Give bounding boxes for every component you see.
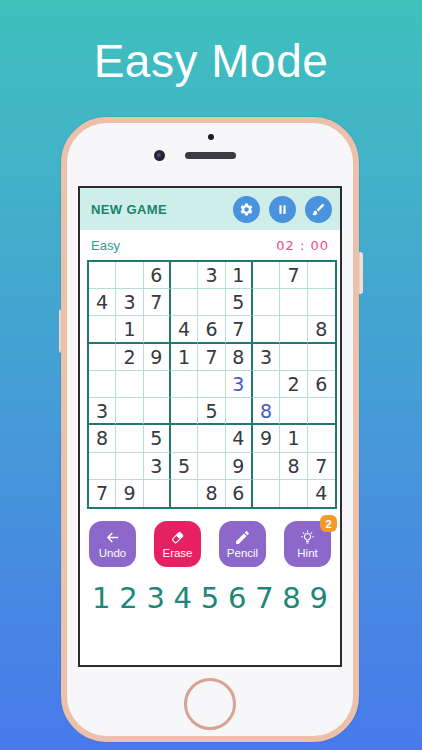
cell-r8c5[interactable] xyxy=(198,453,225,480)
cell-r5c5[interactable] xyxy=(198,371,225,398)
cell-r3c6[interactable]: 7 xyxy=(226,316,253,343)
cell-r7c1[interactable]: 8 xyxy=(89,425,116,452)
cell-r9c8[interactable] xyxy=(280,480,307,507)
cell-r6c9[interactable] xyxy=(308,398,335,425)
cell-r6c8[interactable] xyxy=(280,398,307,425)
new-game-title: NEW GAME xyxy=(91,202,224,217)
numpad-key-9[interactable]: 9 xyxy=(310,581,328,615)
home-button[interactable] xyxy=(184,678,236,730)
pause-button[interactable] xyxy=(269,196,296,223)
numpad-key-5[interactable]: 5 xyxy=(201,581,219,615)
cell-r5c7[interactable] xyxy=(253,371,280,398)
cell-r7c3[interactable]: 5 xyxy=(144,425,171,452)
cell-r4c8[interactable] xyxy=(280,344,307,371)
cell-r5c9[interactable]: 6 xyxy=(308,371,335,398)
cell-r3c4[interactable]: 4 xyxy=(171,316,198,343)
cell-r8c2[interactable] xyxy=(116,453,143,480)
cell-r9c4[interactable] xyxy=(171,480,198,507)
cell-r5c4[interactable] xyxy=(171,371,198,398)
cell-r8c9[interactable]: 7 xyxy=(308,453,335,480)
hint-label: Hint xyxy=(297,547,317,559)
cell-r8c1[interactable] xyxy=(89,453,116,480)
cell-r9c5[interactable]: 8 xyxy=(198,480,225,507)
cell-r5c6[interactable]: 3 xyxy=(226,371,253,398)
lightbulb-icon xyxy=(299,528,316,546)
cell-r6c1[interactable]: 3 xyxy=(89,398,116,425)
numpad: 123456789 xyxy=(80,581,340,615)
cell-r3c2[interactable]: 1 xyxy=(116,316,143,343)
cell-r1c4[interactable] xyxy=(171,262,198,289)
cell-r4c9[interactable] xyxy=(308,344,335,371)
numpad-key-2[interactable]: 2 xyxy=(119,581,137,615)
paint-brush-icon xyxy=(311,202,326,217)
cell-r6c3[interactable] xyxy=(144,398,171,425)
gear-icon xyxy=(239,202,254,217)
numpad-key-6[interactable]: 6 xyxy=(228,581,246,615)
eraser-icon xyxy=(169,528,186,546)
numpad-key-3[interactable]: 3 xyxy=(146,581,164,615)
cell-r3c8[interactable] xyxy=(280,316,307,343)
page-title: Easy Mode xyxy=(0,34,422,88)
cell-r9c9[interactable]: 4 xyxy=(308,480,335,507)
cell-r4c7[interactable]: 3 xyxy=(253,344,280,371)
cell-r7c2[interactable] xyxy=(116,425,143,452)
erase-button[interactable]: Erase xyxy=(154,521,201,567)
undo-arrow-icon xyxy=(104,528,121,546)
cell-r5c8[interactable]: 2 xyxy=(280,371,307,398)
cell-r5c3[interactable] xyxy=(144,371,171,398)
cell-r1c6[interactable]: 1 xyxy=(226,262,253,289)
cell-r5c1[interactable] xyxy=(89,371,116,398)
cell-r2c5[interactable] xyxy=(198,289,225,316)
cell-r7c4[interactable] xyxy=(171,425,198,452)
cell-r6c6[interactable] xyxy=(226,398,253,425)
undo-button[interactable]: Undo xyxy=(89,521,136,567)
theme-button[interactable] xyxy=(305,196,332,223)
cell-r9c6[interactable]: 6 xyxy=(226,480,253,507)
numpad-key-1[interactable]: 1 xyxy=(92,581,110,615)
cell-r6c2[interactable] xyxy=(116,398,143,425)
cell-r2c4[interactable] xyxy=(171,289,198,316)
cell-r3c1[interactable] xyxy=(89,316,116,343)
cell-r4c3[interactable]: 9 xyxy=(144,344,171,371)
cell-r2c3[interactable]: 7 xyxy=(144,289,171,316)
cell-r2c2[interactable]: 3 xyxy=(116,289,143,316)
cell-r9c2[interactable]: 9 xyxy=(116,480,143,507)
cell-r2c1[interactable]: 4 xyxy=(89,289,116,316)
cell-r2c7[interactable] xyxy=(253,289,280,316)
cell-r4c4[interactable]: 1 xyxy=(171,344,198,371)
difficulty-label: Easy xyxy=(91,238,120,253)
pencil-button[interactable]: Pencil xyxy=(219,521,266,567)
proximity-sensor-icon xyxy=(208,134,214,140)
cell-r2c8[interactable] xyxy=(280,289,307,316)
cell-r4c1[interactable] xyxy=(89,344,116,371)
cell-r3c9[interactable]: 8 xyxy=(308,316,335,343)
cell-r1c5[interactable]: 3 xyxy=(198,262,225,289)
cell-r2c9[interactable] xyxy=(308,289,335,316)
pencil-label: Pencil xyxy=(227,547,258,559)
numpad-key-7[interactable]: 7 xyxy=(255,581,273,615)
hint-count-badge: 2 xyxy=(320,515,337,532)
cell-r6c5[interactable]: 5 xyxy=(198,398,225,425)
cell-r8c6[interactable]: 9 xyxy=(226,453,253,480)
front-camera-icon xyxy=(154,150,165,161)
cell-r1c1[interactable] xyxy=(89,262,116,289)
erase-label: Erase xyxy=(162,547,192,559)
cell-r5c2[interactable] xyxy=(116,371,143,398)
cell-r7c5[interactable] xyxy=(198,425,225,452)
app-screen: NEW GAME Easy 02 : 00 6317437514678291 xyxy=(78,186,342,667)
cell-r4c5[interactable]: 7 xyxy=(198,344,225,371)
cell-r8c3[interactable]: 3 xyxy=(144,453,171,480)
cell-r3c3[interactable] xyxy=(144,316,171,343)
cell-r8c4[interactable]: 5 xyxy=(171,453,198,480)
cell-r7c8[interactable]: 1 xyxy=(280,425,307,452)
phone-frame: NEW GAME Easy 02 : 00 6317437514678291 xyxy=(61,117,359,742)
cell-r1c2[interactable] xyxy=(116,262,143,289)
cell-r3c5[interactable]: 6 xyxy=(198,316,225,343)
cell-r3c7[interactable] xyxy=(253,316,280,343)
cell-r6c4[interactable] xyxy=(171,398,198,425)
hint-button[interactable]: 2 Hint xyxy=(284,521,331,567)
cell-r1c9[interactable] xyxy=(308,262,335,289)
cell-r9c7[interactable] xyxy=(253,480,280,507)
pencil-icon xyxy=(234,528,251,546)
toolbar: Undo Erase Pencil 2 Hint xyxy=(80,521,340,567)
numpad-key-4[interactable]: 4 xyxy=(174,581,192,615)
settings-button[interactable] xyxy=(233,196,260,223)
earpiece-speaker xyxy=(185,152,236,159)
numpad-key-8[interactable]: 8 xyxy=(282,581,300,615)
cell-r1c3[interactable]: 6 xyxy=(144,262,171,289)
app-header: NEW GAME xyxy=(80,188,340,230)
cell-r2c6[interactable]: 5 xyxy=(226,289,253,316)
cell-r4c2[interactable]: 2 xyxy=(116,344,143,371)
status-row: Easy 02 : 00 xyxy=(80,230,340,260)
pause-icon xyxy=(275,202,290,217)
cell-r7c9[interactable] xyxy=(308,425,335,452)
game-timer: 02 : 00 xyxy=(276,238,329,253)
cell-r8c8[interactable]: 8 xyxy=(280,453,307,480)
cell-r6c7[interactable]: 8 xyxy=(253,398,280,425)
cell-r7c6[interactable]: 4 xyxy=(226,425,253,452)
cell-r9c3[interactable] xyxy=(144,480,171,507)
cell-r9c1[interactable]: 7 xyxy=(89,480,116,507)
cell-r1c7[interactable] xyxy=(253,262,280,289)
sudoku-board: 6317437514678291783326358854913598779864 xyxy=(87,260,337,509)
cell-r1c8[interactable]: 7 xyxy=(280,262,307,289)
undo-label: Undo xyxy=(99,547,127,559)
cell-r8c7[interactable] xyxy=(253,453,280,480)
cell-r4c6[interactable]: 8 xyxy=(226,344,253,371)
cell-r7c7[interactable]: 9 xyxy=(253,425,280,452)
